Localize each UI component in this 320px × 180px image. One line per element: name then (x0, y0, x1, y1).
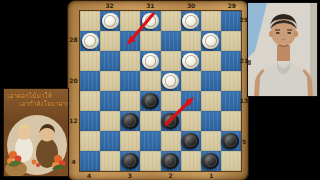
board-square (80, 91, 100, 111)
board-square (181, 71, 201, 91)
board-square (80, 51, 100, 71)
board-label-bottom: 2 (165, 173, 177, 179)
board-square (161, 131, 181, 151)
board-square (201, 91, 221, 111)
board-square (161, 91, 181, 111)
board-square (221, 151, 241, 171)
board-label-left: 28 (68, 37, 80, 43)
black-piece[interactable] (202, 153, 219, 169)
board-square[interactable] (140, 91, 160, 111)
black-piece[interactable] (122, 113, 139, 129)
board-label-right: 5 (238, 139, 250, 145)
white-piece[interactable] (182, 13, 199, 29)
black-piece[interactable] (142, 93, 159, 109)
board-square[interactable] (120, 71, 140, 91)
board-square (221, 31, 241, 51)
board-label-bottom: 4 (83, 173, 95, 179)
board-square[interactable] (161, 71, 181, 91)
board-square (80, 131, 100, 151)
board-square[interactable] (201, 151, 221, 171)
checkers-board: 32313029432128201242921135 (67, 0, 249, 180)
board-label-left: 20 (68, 78, 80, 84)
board-square[interactable] (100, 11, 120, 31)
board-square[interactable] (100, 131, 120, 151)
postcard-text-line1: เอาดอกไม้มาให้ (7, 92, 68, 100)
board-square (140, 31, 160, 51)
board-square[interactable] (161, 111, 181, 131)
board-label-left: 12 (68, 118, 80, 124)
board-label-top: 30 (185, 3, 197, 9)
board-square[interactable] (140, 11, 160, 31)
board-square (221, 111, 241, 131)
board-square (140, 151, 160, 171)
webcam-feed (247, 2, 318, 97)
board-square[interactable] (80, 31, 100, 51)
board-square[interactable] (181, 131, 201, 151)
board-square (120, 51, 140, 71)
board-square[interactable] (181, 11, 201, 31)
board-square[interactable] (120, 151, 140, 171)
board-square[interactable] (201, 111, 221, 131)
board-square[interactable] (120, 31, 140, 51)
black-piece[interactable] (122, 153, 139, 169)
white-piece[interactable] (102, 13, 119, 29)
board-square[interactable] (201, 71, 221, 91)
white-piece[interactable] (202, 33, 219, 49)
board-square (201, 131, 221, 151)
board-square[interactable] (140, 131, 160, 151)
board-label-top: 31 (144, 3, 156, 9)
board-square (100, 71, 120, 91)
board-square[interactable] (161, 151, 181, 171)
board-square (221, 71, 241, 91)
board-squares (79, 10, 242, 172)
black-piece[interactable] (222, 133, 239, 149)
white-piece[interactable] (142, 13, 159, 29)
board-square[interactable] (140, 51, 160, 71)
board-square[interactable] (80, 111, 100, 131)
board-square (201, 11, 221, 31)
board-label-bottom: 1 (205, 173, 217, 179)
board-square (201, 51, 221, 71)
board-square (100, 111, 120, 131)
board-square (120, 11, 140, 31)
board-label-top: 32 (104, 3, 116, 9)
board-square[interactable] (201, 31, 221, 51)
board-square (161, 51, 181, 71)
white-piece[interactable] (182, 53, 199, 69)
video-frame: 32313029432128201242921135 เอาดอกไม้มาให… (0, 0, 320, 180)
board-square[interactable] (80, 71, 100, 91)
board-square (140, 111, 160, 131)
postcard-illustration (4, 107, 69, 177)
board-square[interactable] (120, 111, 140, 131)
black-piece[interactable] (162, 113, 179, 129)
webcam-person (248, 3, 318, 97)
board-square[interactable] (181, 91, 201, 111)
black-piece[interactable] (162, 153, 179, 169)
board-label-bottom: 3 (124, 173, 136, 179)
board-square (120, 91, 140, 111)
board-square (161, 11, 181, 31)
board-square[interactable] (100, 91, 120, 111)
board-square (80, 11, 100, 31)
board-square (140, 71, 160, 91)
postcard: เอาดอกไม้มาให้ เอากำลังใจมาฝาก (3, 88, 69, 177)
board-square (100, 31, 120, 51)
white-piece[interactable] (82, 33, 99, 49)
board-square[interactable] (80, 151, 100, 171)
board-square (100, 151, 120, 171)
board-square (181, 111, 201, 131)
board-label-top: 29 (226, 3, 238, 9)
board-label-right: 13 (238, 98, 250, 104)
board-square (120, 131, 140, 151)
board-square (181, 151, 201, 171)
board-square[interactable] (100, 51, 120, 71)
board-label-left: 4 (68, 159, 80, 165)
board-square[interactable] (161, 31, 181, 51)
white-piece[interactable] (142, 53, 159, 69)
board-square[interactable] (181, 51, 201, 71)
white-piece[interactable] (162, 73, 179, 89)
black-piece[interactable] (182, 133, 199, 149)
board-square (181, 31, 201, 51)
